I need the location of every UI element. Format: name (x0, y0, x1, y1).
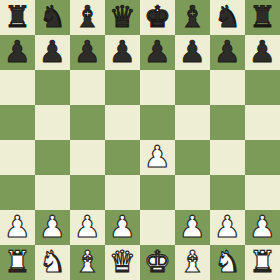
square-c7[interactable]: ♟ (70, 35, 105, 70)
square-a2[interactable]: ♟ (0, 210, 35, 245)
square-e6[interactable] (140, 70, 175, 105)
square-c5[interactable] (70, 105, 105, 140)
piece-black-pawn[interactable]: ♟ (179, 34, 206, 69)
square-f6[interactable] (175, 70, 210, 105)
square-g6[interactable] (210, 70, 245, 105)
square-f2[interactable]: ♟ (175, 210, 210, 245)
square-h6[interactable] (245, 70, 280, 105)
square-f3[interactable] (175, 175, 210, 210)
piece-black-pawn[interactable]: ♟ (74, 34, 101, 69)
square-a4[interactable] (0, 140, 35, 175)
piece-white-pawn[interactable]: ♟ (214, 209, 241, 244)
square-a8[interactable]: ♜ (0, 0, 35, 35)
chess-board: ♜♞♝♛♚♝♞♜♟♟♟♟♟♟♟♟♟♟♟♟♟♟♟♟♜♞♝♛♚♝♞♜ (0, 0, 280, 280)
piece-black-bishop[interactable]: ♝ (179, 0, 206, 34)
square-a5[interactable] (0, 105, 35, 140)
piece-white-rook[interactable]: ♜ (249, 244, 276, 279)
square-g2[interactable]: ♟ (210, 210, 245, 245)
square-g5[interactable] (210, 105, 245, 140)
square-h2[interactable]: ♟ (245, 210, 280, 245)
square-g4[interactable] (210, 140, 245, 175)
square-f8[interactable]: ♝ (175, 0, 210, 35)
piece-black-pawn[interactable]: ♟ (4, 34, 31, 69)
square-g8[interactable]: ♞ (210, 0, 245, 35)
piece-black-rook[interactable]: ♜ (4, 0, 31, 34)
square-f1[interactable]: ♝ (175, 245, 210, 280)
square-h7[interactable]: ♟ (245, 35, 280, 70)
piece-white-pawn[interactable]: ♟ (39, 209, 66, 244)
square-e4[interactable]: ♟ (140, 140, 175, 175)
square-c2[interactable]: ♟ (70, 210, 105, 245)
square-h1[interactable]: ♜ (245, 245, 280, 280)
square-b6[interactable] (35, 70, 70, 105)
piece-black-pawn[interactable]: ♟ (109, 34, 136, 69)
square-a1[interactable]: ♜ (0, 245, 35, 280)
piece-white-pawn[interactable]: ♟ (109, 209, 136, 244)
square-e3[interactable] (140, 175, 175, 210)
piece-black-queen[interactable]: ♛ (109, 0, 136, 34)
square-d6[interactable] (105, 70, 140, 105)
square-e5[interactable] (140, 105, 175, 140)
piece-black-king[interactable]: ♚ (144, 0, 171, 34)
piece-white-bishop[interactable]: ♝ (179, 244, 206, 279)
piece-black-knight[interactable]: ♞ (39, 0, 66, 34)
square-e8[interactable]: ♚ (140, 0, 175, 35)
square-d3[interactable] (105, 175, 140, 210)
piece-white-knight[interactable]: ♞ (39, 244, 66, 279)
square-d2[interactable]: ♟ (105, 210, 140, 245)
square-e7[interactable]: ♟ (140, 35, 175, 70)
square-h4[interactable] (245, 140, 280, 175)
piece-white-rook[interactable]: ♜ (4, 244, 31, 279)
piece-black-rook[interactable]: ♜ (249, 0, 276, 34)
square-f7[interactable]: ♟ (175, 35, 210, 70)
square-b4[interactable] (35, 140, 70, 175)
square-g3[interactable] (210, 175, 245, 210)
square-a7[interactable]: ♟ (0, 35, 35, 70)
piece-black-pawn[interactable]: ♟ (214, 34, 241, 69)
square-d1[interactable]: ♛ (105, 245, 140, 280)
piece-white-knight[interactable]: ♞ (214, 244, 241, 279)
square-e2[interactable] (140, 210, 175, 245)
square-d5[interactable] (105, 105, 140, 140)
piece-white-pawn[interactable]: ♟ (249, 209, 276, 244)
piece-white-bishop[interactable]: ♝ (74, 244, 101, 279)
piece-white-queen[interactable]: ♛ (109, 244, 136, 279)
square-h8[interactable]: ♜ (245, 0, 280, 35)
square-d4[interactable] (105, 140, 140, 175)
square-f4[interactable] (175, 140, 210, 175)
square-c3[interactable] (70, 175, 105, 210)
square-a6[interactable] (0, 70, 35, 105)
piece-black-pawn[interactable]: ♟ (144, 34, 171, 69)
piece-white-pawn[interactable]: ♟ (74, 209, 101, 244)
square-e1[interactable]: ♚ (140, 245, 175, 280)
square-g7[interactable]: ♟ (210, 35, 245, 70)
square-f5[interactable] (175, 105, 210, 140)
piece-white-king[interactable]: ♚ (144, 244, 171, 279)
piece-black-pawn[interactable]: ♟ (249, 34, 276, 69)
square-b7[interactable]: ♟ (35, 35, 70, 70)
piece-white-pawn[interactable]: ♟ (4, 209, 31, 244)
square-h3[interactable] (245, 175, 280, 210)
square-b5[interactable] (35, 105, 70, 140)
square-g1[interactable]: ♞ (210, 245, 245, 280)
square-h5[interactable] (245, 105, 280, 140)
square-b8[interactable]: ♞ (35, 0, 70, 35)
square-c4[interactable] (70, 140, 105, 175)
piece-black-pawn[interactable]: ♟ (39, 34, 66, 69)
piece-white-pawn[interactable]: ♟ (179, 209, 206, 244)
square-b1[interactable]: ♞ (35, 245, 70, 280)
square-b2[interactable]: ♟ (35, 210, 70, 245)
square-c6[interactable] (70, 70, 105, 105)
square-c1[interactable]: ♝ (70, 245, 105, 280)
square-d8[interactable]: ♛ (105, 0, 140, 35)
piece-black-bishop[interactable]: ♝ (74, 0, 101, 34)
square-d7[interactable]: ♟ (105, 35, 140, 70)
square-c8[interactable]: ♝ (70, 0, 105, 35)
piece-black-knight[interactable]: ♞ (214, 0, 241, 34)
square-a3[interactable] (0, 175, 35, 210)
square-b3[interactable] (35, 175, 70, 210)
piece-white-pawn[interactable]: ♟ (144, 139, 171, 174)
